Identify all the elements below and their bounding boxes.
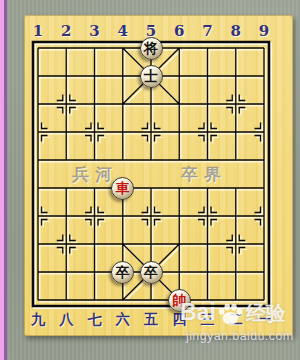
file-label-top-1: 1 [27, 22, 49, 40]
file-label-top-9: 9 [253, 22, 275, 40]
screenshot-root: 123456789 九八七六五四三二一 兵河 卒界 将士車卒卒帥 Bai 经验 … [0, 0, 300, 360]
black-soldier-left-piece[interactable]: 卒 [111, 261, 134, 284]
file-label-top-3: 3 [84, 22, 106, 40]
black-general-glyph: 将 [144, 41, 158, 55]
file-label-top-4: 4 [112, 22, 134, 40]
file-label-top-7: 7 [197, 22, 219, 40]
black-advisor-piece[interactable]: 士 [140, 65, 163, 88]
file-label-top-2: 2 [55, 22, 77, 40]
file-label-top-8: 8 [225, 22, 247, 40]
black-soldier-left-glyph: 卒 [116, 265, 130, 279]
black-general-piece[interactable]: 将 [140, 37, 163, 60]
black-advisor-glyph: 士 [144, 69, 158, 83]
black-soldier-right-glyph: 卒 [144, 265, 158, 279]
red-chariot-glyph: 車 [116, 181, 130, 195]
watermark-brand-prefix: Bai [180, 301, 216, 324]
file-label-top-6: 6 [168, 22, 190, 40]
file-label-bottom-2: 八 [55, 310, 77, 328]
file-label-bottom-3: 七 [84, 310, 106, 328]
file-label-bottom-1: 九 [27, 310, 49, 328]
river-text-right: 卒界 [181, 164, 227, 185]
red-chariot-piece[interactable]: 車 [111, 177, 134, 200]
watermark-url: jingyan.baidu.com [186, 330, 294, 343]
baidu-jingyan-watermark: Bai 经验 [180, 301, 286, 324]
file-label-bottom-5: 五 [140, 310, 162, 328]
black-soldier-right-piece[interactable]: 卒 [140, 261, 163, 284]
baidu-paw-icon [217, 302, 244, 326]
river-text-left: 兵河 [72, 164, 118, 185]
file-label-bottom-4: 六 [112, 310, 134, 328]
watermark-brand-suffix: 经验 [246, 303, 286, 323]
